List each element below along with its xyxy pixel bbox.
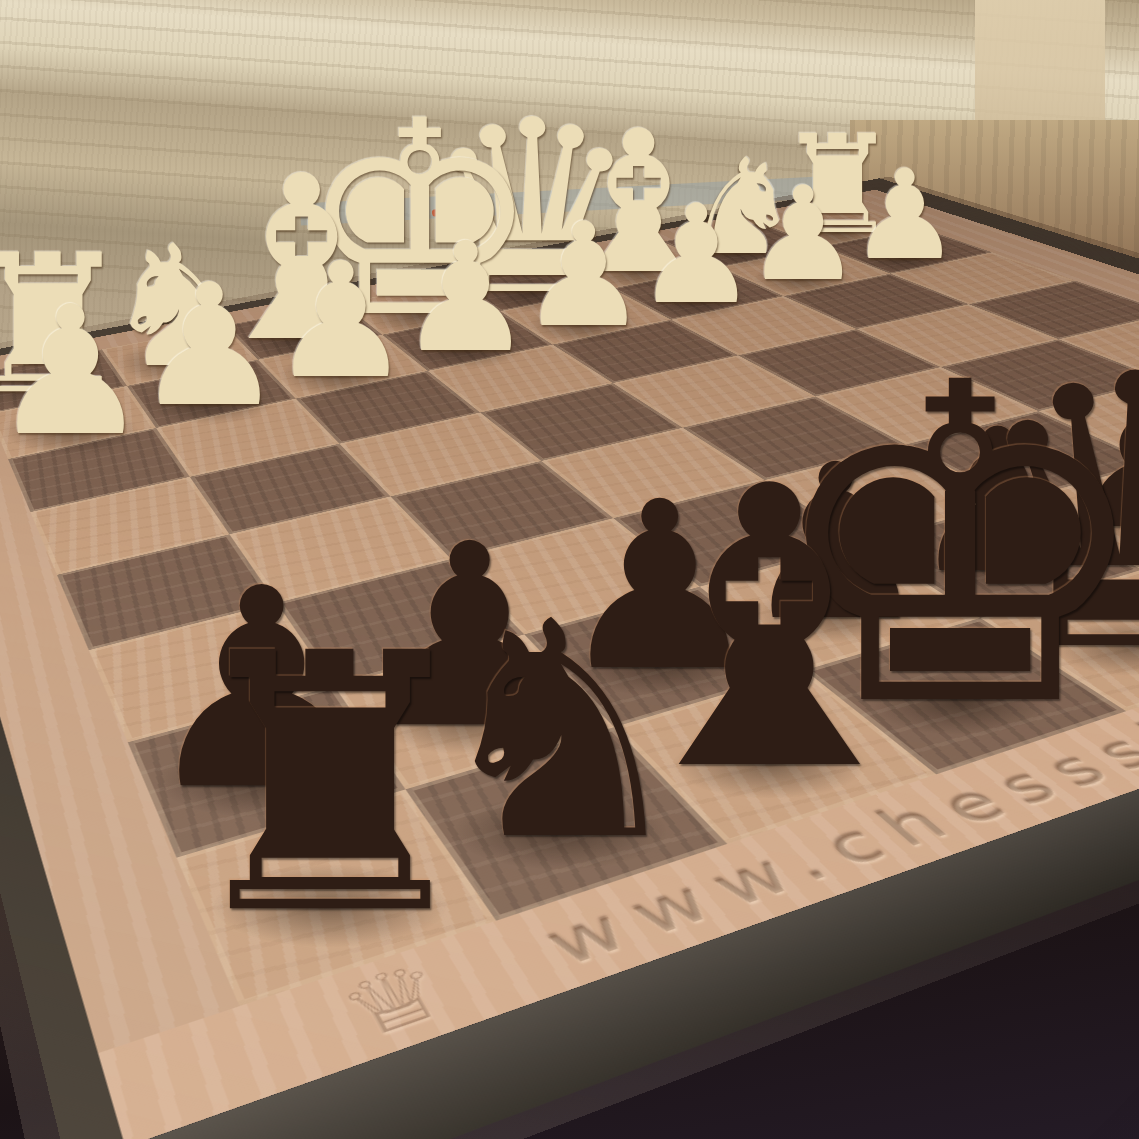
photo-scene: ♕ www.chessslab.com ♜♞♝♛♚♝♞♜♟♟♟♟♟♟♟♟♟♟♟♟… xyxy=(0,0,1139,1139)
piece-white-pawn-h2[interactable]: ♟ xyxy=(0,283,160,461)
piece-black-rook-h8[interactable]: ♜ xyxy=(152,608,507,963)
